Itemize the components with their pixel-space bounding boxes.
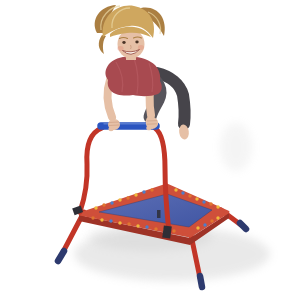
pad-dot: [154, 227, 157, 230]
pad-dot: [110, 201, 113, 204]
pad-dot: [209, 202, 212, 205]
body-shadow: [220, 123, 252, 171]
pad-dot: [127, 222, 130, 225]
pad-dot: [216, 216, 219, 219]
pad-dot: [216, 205, 219, 208]
frame-clamp-front: [162, 226, 172, 239]
pad-dot: [203, 223, 206, 226]
pad-dot: [150, 188, 153, 191]
pad-dot: [91, 216, 94, 219]
pad-dot: [126, 196, 129, 199]
product-photo: [0, 0, 300, 300]
pad-dot: [109, 219, 112, 222]
pad-dot: [100, 218, 103, 221]
pad-dot: [102, 203, 105, 206]
pad-dot: [172, 229, 175, 232]
girl-head: [117, 30, 144, 59]
girl-left-thumb: [146, 126, 151, 131]
pad-dot: [134, 193, 137, 196]
pad-dot: [202, 200, 205, 203]
photo-canvas: [0, 0, 300, 300]
pad-dot: [142, 190, 145, 193]
pad-dot: [210, 219, 213, 222]
pad-dot: [118, 221, 121, 224]
pad-dot: [196, 226, 199, 229]
pad-dot: [118, 198, 121, 201]
pad-dot: [94, 206, 97, 209]
pad-dot: [145, 225, 148, 228]
pad-dot: [188, 194, 191, 197]
mat-strap: [157, 210, 161, 218]
girl-right-thumb: [108, 127, 113, 131]
girl-right-eye: [122, 41, 125, 44]
pad-dot: [181, 191, 184, 194]
foot-cap-front: [200, 276, 202, 287]
pad-dot: [174, 188, 177, 191]
pad-dot: [136, 224, 139, 227]
girl-left-eye: [135, 41, 138, 44]
pad-dot: [195, 197, 198, 200]
foot-cap-back-right: [240, 223, 246, 229]
